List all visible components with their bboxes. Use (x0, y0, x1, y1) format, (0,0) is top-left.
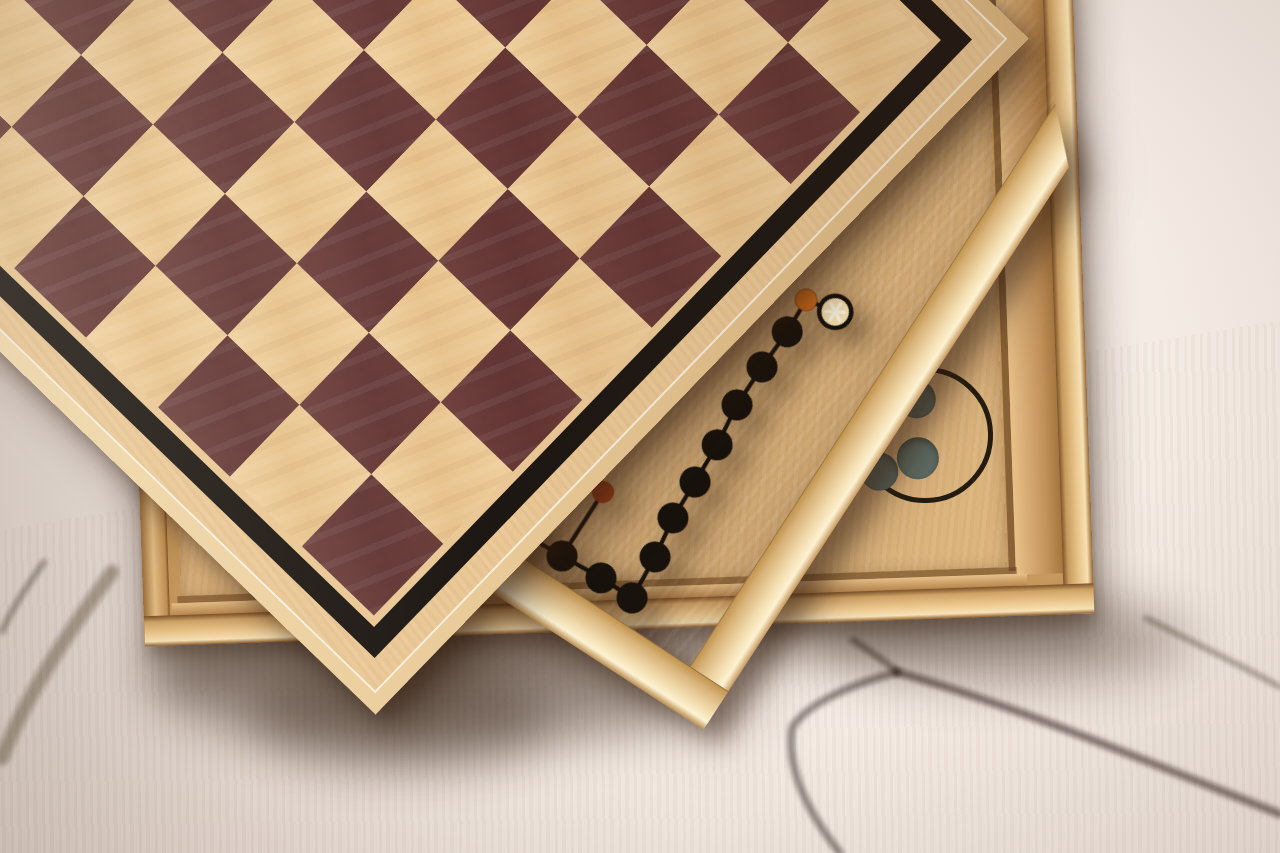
track-dot (766, 310, 809, 353)
track-dot (741, 345, 784, 388)
track-dot (716, 383, 759, 426)
track-dot (674, 461, 717, 504)
track-dot (541, 535, 584, 578)
track-dot (634, 536, 677, 579)
track-dot (696, 423, 739, 466)
track-dot (652, 497, 695, 540)
track-dot (580, 557, 623, 600)
scene (0, 0, 1280, 853)
track-dot (611, 577, 654, 620)
orange-field-dot (791, 285, 821, 315)
